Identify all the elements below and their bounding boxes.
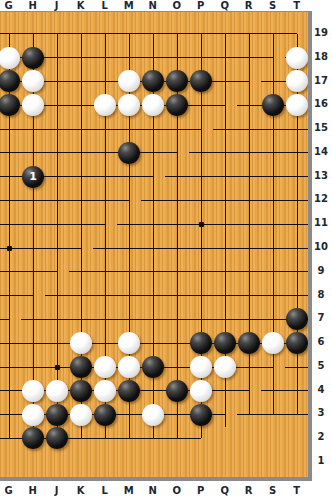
intersection-H6[interactable] [45,308,69,332]
intersection-O14[interactable] [45,141,69,165]
intersection-T3[interactable] [237,379,261,403]
row-label-5: 5 [311,360,331,372]
intersection-N11[interactable] [285,189,308,213]
intersection-S9[interactable] [21,260,45,284]
intersection-Q4[interactable] [189,355,213,379]
intersection-P15[interactable] [93,117,117,141]
intersection-O18[interactable] [141,46,165,70]
intersection-M17[interactable] [69,70,93,94]
white-stone-L16 [22,94,44,116]
intersection-Q7[interactable] [261,284,285,308]
intersection-L8[interactable] [165,260,189,284]
intersection-P19[interactable] [189,22,213,46]
go-board: 1 [0,11,308,478]
white-stone-L2 [22,404,44,426]
row-label-3: 3 [311,407,331,419]
black-stone-O3 [118,380,140,402]
intersection-H8[interactable] [93,260,117,284]
white-stone-O17 [118,70,140,92]
intersection-H14[interactable] [237,117,261,141]
intersection-P9[interactable] [285,236,308,260]
intersection-S2[interactable] [189,403,213,427]
intersection-M12[interactable] [285,165,308,189]
intersection-T15[interactable] [189,117,213,141]
intersection-K5[interactable] [69,331,93,355]
intersection-G3[interactable] [285,355,308,379]
black-stone-L4 [70,356,92,378]
intersection-Q14[interactable] [93,141,117,165]
intersection-H2[interactable] [285,379,308,403]
white-stone-P16 [118,94,140,116]
intersection-H18[interactable] [0,46,21,70]
intersection-S4[interactable] [237,355,261,379]
white-stone-K3 [22,380,44,402]
column-label-bottom-O: O [165,485,189,496]
intersection-Q10[interactable] [0,236,21,260]
row-label-18: 18 [311,51,331,63]
intersection-H11[interactable] [165,189,189,213]
white-stone-N2 [70,404,92,426]
column-label-top-O: O [165,0,189,11]
intersection-G14[interactable] [213,117,237,141]
intersection-J1[interactable] [285,403,308,427]
white-stone-H16 [286,70,308,92]
go-diagram: GHJKLMNOPQRST 1 191817161514131211109876… [0,0,332,500]
intersection-O17[interactable] [117,70,141,94]
intersection-T14[interactable] [165,141,189,165]
row-label-6: 6 [311,336,331,348]
intersection-M19[interactable] [117,22,141,46]
column-label-bottom-M: M [117,485,141,496]
intersection-S15[interactable] [165,117,189,141]
intersection-T13[interactable] [141,165,165,189]
intersection-S11[interactable] [69,212,93,236]
intersection-L3[interactable] [45,379,69,403]
intersection-O3[interactable] [117,379,141,403]
column-label-bottom-P: P [189,485,213,496]
intersection-L12[interactable] [261,165,285,189]
black-stone-S2 [190,404,212,426]
column-label-bottom-L: L [93,485,117,496]
intersection-S16[interactable] [189,93,213,117]
column-label-bottom-K: K [69,485,93,496]
intersection-G9[interactable] [93,236,117,260]
intersection-K11[interactable] [213,189,237,213]
intersection-N9[interactable] [237,236,261,260]
intersection-G2[interactable] [261,379,285,403]
intersection-J13[interactable] [237,141,261,165]
intersection-N13[interactable] [0,165,21,189]
intersection-T10[interactable] [69,236,93,260]
intersection-K9[interactable] [165,236,189,260]
column-label-bottom-N: N [141,485,165,496]
intersection-S17[interactable] [213,70,237,94]
intersection-P5[interactable] [189,331,213,355]
black-stone-J17 [0,70,20,92]
intersection-R17[interactable] [189,70,213,94]
intersection-K7[interactable] [117,284,141,308]
intersection-L6[interactable] [117,308,141,332]
board-grid: 1 [0,22,308,474]
column-label-top-H: H [21,0,45,11]
intersection-G7[interactable] [45,284,69,308]
intersection-O5[interactable] [165,331,189,355]
black-stone-Q5 [214,332,236,354]
intersection-T2[interactable] [213,403,237,427]
intersection-T18[interactable] [261,46,285,70]
black-stone-R17 [190,70,212,92]
column-label-bottom-H: H [21,485,45,496]
star-point-K10 [199,222,204,227]
intersection-O16[interactable] [93,93,117,117]
intersection-P18[interactable] [165,46,189,70]
intersection-J6[interactable] [69,308,93,332]
intersection-Q13[interactable] [69,165,93,189]
column-label-top-P: P [189,0,213,11]
intersection-S6[interactable] [285,308,308,332]
intersection-Q16[interactable] [141,93,165,117]
intersection-M1[interactable] [21,427,45,451]
intersection-N16[interactable] [69,93,93,117]
intersection-N4[interactable] [117,355,141,379]
intersection-P6[interactable] [213,308,237,332]
intersection-J14[interactable] [261,117,285,141]
intersection-N5[interactable] [141,331,165,355]
intersection-M4[interactable] [93,355,117,379]
intersection-P4[interactable] [165,355,189,379]
white-stone-R3 [190,380,212,402]
intersection-R1[interactable] [141,427,165,451]
intersection-O13[interactable]: 1 [21,165,45,189]
white-stone-Q16 [142,94,164,116]
intersection-J10[interactable] [165,212,189,236]
intersection-H19[interactable] [21,22,45,46]
intersection-P11[interactable] [0,212,21,236]
intersection-P12[interactable] [21,189,45,213]
intersection-L10[interactable] [213,212,237,236]
intersection-M15[interactable] [21,117,45,141]
intersection-S19[interactable] [261,22,285,46]
intersection-H10[interactable] [141,212,165,236]
black-stone-P5 [190,332,212,354]
intersection-R9[interactable] [0,260,21,284]
intersection-P3[interactable] [141,379,165,403]
intersection-K13[interactable] [261,141,285,165]
intersection-L2[interactable] [21,403,45,427]
row-label-7: 7 [311,312,331,324]
column-label-bottom-S: S [261,485,285,496]
row-label-1: 1 [311,455,331,467]
intersection-P17[interactable] [141,70,165,94]
intersection-T4[interactable] [261,355,285,379]
intersection-L1[interactable] [0,427,21,451]
intersection-Q2[interactable] [141,403,165,427]
intersection-G6[interactable] [21,308,45,332]
black-stone-Q17 [166,70,188,92]
intersection-M5[interactable] [117,331,141,355]
intersection-M11[interactable] [261,189,285,213]
white-stone-J15 [286,94,308,116]
intersection-R12[interactable] [69,189,93,213]
row-label-10: 10 [311,241,331,253]
intersection-K2[interactable] [0,403,21,427]
intersection-H5[interactable] [21,331,45,355]
intersection-M7[interactable] [165,284,189,308]
intersection-J17[interactable] [0,70,21,94]
intersection-K18[interactable] [45,46,69,70]
intersection-L5[interactable] [93,331,117,355]
intersection-M18[interactable] [93,46,117,70]
intersection-N1[interactable] [45,427,69,451]
intersection-O6[interactable] [189,308,213,332]
intersection-P14[interactable] [69,141,93,165]
white-stone-M4 [94,356,116,378]
intersection-Q15[interactable] [117,117,141,141]
intersection-N6[interactable] [165,308,189,332]
intersection-P8[interactable] [261,260,285,284]
intersection-S13[interactable] [117,165,141,189]
intersection-M6[interactable] [141,308,165,332]
intersection-G8[interactable] [69,260,93,284]
intersection-L9[interactable] [189,236,213,260]
column-label-top-L: L [93,0,117,11]
intersection-P2[interactable] [117,403,141,427]
intersection-R10[interactable] [21,236,45,260]
intersection-R14[interactable] [117,141,141,165]
intersection-H4[interactable] [0,355,21,379]
intersection-O10[interactable] [285,212,308,236]
column-label-bottom-G: G [0,485,21,496]
intersection-K3[interactable] [21,379,45,403]
column-label-bottom-Q: Q [213,485,237,496]
intersection-L15[interactable] [0,117,21,141]
intersection-T5[interactable] [285,331,308,355]
intersection-T1[interactable] [189,427,213,451]
intersection-M16[interactable] [45,93,69,117]
intersection-H7[interactable] [69,284,93,308]
intersection-O4[interactable] [141,355,165,379]
intersection-G16[interactable] [261,70,285,94]
intersection-S18[interactable] [237,46,261,70]
intersection-H9[interactable] [117,236,141,260]
intersection-T12[interactable] [117,189,141,213]
intersection-Q19[interactable] [213,22,237,46]
intersection-Q12[interactable] [45,189,69,213]
intersection-S3[interactable] [213,379,237,403]
black-stone-O2 [94,404,116,426]
intersection-T11[interactable] [93,212,117,236]
intersection-K16[interactable] [0,93,21,117]
intersection-K8[interactable] [141,260,165,284]
intersection-H1[interactable] [261,403,285,427]
intersection-R5[interactable] [237,331,261,355]
white-stone-O16 [94,94,116,116]
intersection-M10[interactable] [237,212,261,236]
intersection-S1[interactable] [165,427,189,451]
black-stone-T5 [286,332,308,354]
row-label-8: 8 [311,289,331,301]
intersection-N10[interactable] [261,212,285,236]
intersection-G19[interactable] [0,22,21,46]
intersection-R2[interactable] [165,403,189,427]
intersection-L19[interactable] [93,22,117,46]
column-label-top-Q: Q [213,0,237,11]
intersection-P7[interactable] [237,284,261,308]
intersection-O12[interactable] [0,189,21,213]
intersection-N8[interactable] [213,260,237,284]
white-stone-K17 [22,70,44,92]
intersection-R13[interactable] [93,165,117,189]
intersection-K17[interactable] [21,70,45,94]
intersection-L17[interactable] [45,70,69,94]
row-label-12: 12 [311,193,331,205]
intersection-T19[interactable] [285,22,308,46]
intersection-R3[interactable] [189,379,213,403]
intersection-K19[interactable] [69,22,93,46]
intersection-R18[interactable] [213,46,237,70]
intersection-P13[interactable] [45,165,69,189]
column-label-top-T: T [285,0,309,11]
intersection-Q8[interactable] [285,260,308,284]
intersection-J5[interactable] [45,331,69,355]
intersection-H13[interactable] [213,141,237,165]
intersection-R7[interactable] [285,284,308,308]
intersection-G13[interactable] [189,141,213,165]
intersection-M14[interactable] [0,141,21,165]
intersection-K12[interactable] [237,165,261,189]
intersection-Q6[interactable] [237,308,261,332]
intersection-M8[interactable] [189,260,213,284]
row-label-2: 2 [311,431,331,443]
intersection-S5[interactable] [261,331,285,355]
intersection-R6[interactable] [261,308,285,332]
intersection-T16[interactable] [213,93,237,117]
intersection-J11[interactable] [189,189,213,213]
intersection-R4[interactable] [213,355,237,379]
intersection-J19[interactable] [45,22,69,46]
intersection-T7[interactable] [0,308,21,332]
white-stone-S5 [262,332,284,354]
intersection-T17[interactable] [237,70,261,94]
intersection-Q18[interactable] [189,46,213,70]
row-label-19: 19 [311,27,331,39]
black-stone-M3 [70,380,92,402]
intersection-N14[interactable] [21,141,45,165]
intersection-K4[interactable] [45,355,69,379]
intersection-L11[interactable] [237,189,261,213]
intersection-M3[interactable] [69,379,93,403]
intersection-J9[interactable] [141,236,165,260]
intersection-T8[interactable] [21,284,45,308]
white-stone-R4 [214,356,236,378]
intersection-J18[interactable] [21,46,45,70]
black-stone-R14 [118,142,140,164]
intersection-H15[interactable] [261,93,285,117]
intersection-N3[interactable] [93,379,117,403]
row-label-9: 9 [311,265,331,277]
intersection-L16[interactable] [21,93,45,117]
intersection-O2[interactable] [93,403,117,427]
intersection-S8[interactable] [0,284,21,308]
intersection-O1[interactable] [69,427,93,451]
intersection-N18[interactable] [117,46,141,70]
intersection-L7[interactable] [141,284,165,308]
row-label-4: 4 [311,384,331,396]
intersection-Q5[interactable] [213,331,237,355]
move-number-label: 1 [22,166,44,188]
white-stone-Q2 [142,404,164,426]
intersection-L13[interactable] [285,141,308,165]
intersection-R16[interactable] [165,93,189,117]
intersection-N19[interactable] [141,22,165,46]
intersection-N2[interactable] [69,403,93,427]
intersection-P16[interactable] [117,93,141,117]
intersection-N17[interactable] [93,70,117,94]
intersection-R19[interactable] [237,22,261,46]
intersection-N15[interactable] [45,117,69,141]
intersection-L4[interactable] [69,355,93,379]
column-label-top-K: K [69,0,93,11]
row-label-11: 11 [311,217,331,229]
intersection-Q17[interactable] [165,70,189,94]
intersection-S14[interactable] [141,141,165,165]
intersection-O19[interactable] [165,22,189,46]
intersection-K10[interactable] [189,212,213,236]
intersection-G5[interactable] [0,331,21,355]
intersection-G10[interactable] [117,212,141,236]
intersection-G15[interactable] [237,93,261,117]
intersection-P1[interactable] [93,427,117,451]
intersection-T9[interactable] [45,260,69,284]
black-stone-J18 [22,47,44,69]
intersection-H16[interactable] [285,70,308,94]
intersection-R15[interactable] [141,117,165,141]
intersection-G12[interactable] [165,165,189,189]
intersection-J3[interactable] [0,379,21,403]
intersection-O8[interactable] [237,260,261,284]
intersection-Q3[interactable] [165,379,189,403]
intersection-S12[interactable] [93,189,117,213]
black-stone-M2 [46,404,68,426]
intersection-K6[interactable] [93,308,117,332]
intersection-H12[interactable] [189,165,213,189]
intersection-G17[interactable] [285,46,308,70]
intersection-J4[interactable] [21,355,45,379]
intersection-M9[interactable] [213,236,237,260]
intersection-O15[interactable] [69,117,93,141]
intersection-J15[interactable] [285,93,308,117]
intersection-G1[interactable] [237,403,261,427]
intersection-J12[interactable] [213,165,237,189]
intersection-L18[interactable] [69,46,93,70]
intersection-N7[interactable] [189,284,213,308]
intersection-O9[interactable] [261,236,285,260]
intersection-M2[interactable] [45,403,69,427]
intersection-J7[interactable] [93,284,117,308]
column-label-top-R: R [237,0,261,11]
intersection-Q11[interactable] [21,212,45,236]
intersection-K14[interactable] [285,117,308,141]
intersection-R11[interactable] [45,212,69,236]
intersection-S10[interactable] [45,236,69,260]
column-label-top-J: J [45,0,69,11]
intersection-G11[interactable] [141,189,165,213]
star-point-K4 [55,365,60,370]
intersection-O7[interactable] [213,284,237,308]
intersection-J8[interactable] [117,260,141,284]
white-stone-N4 [118,356,140,378]
intersection-Q1[interactable] [117,427,141,451]
